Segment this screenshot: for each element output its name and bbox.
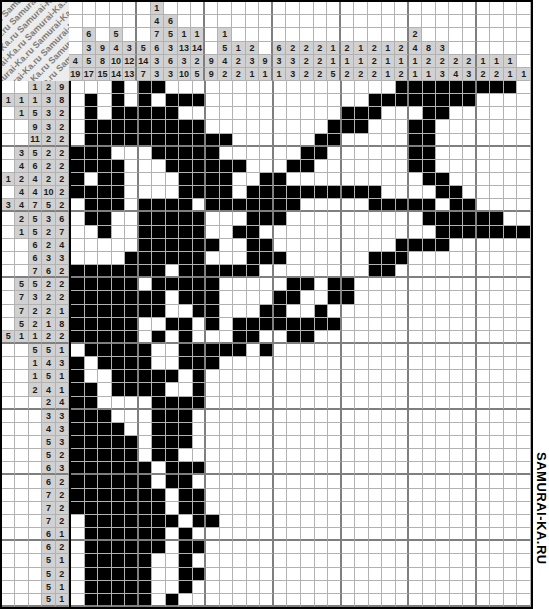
grid-cell[interactable]: [220, 265, 234, 278]
grid-cell[interactable]: [517, 515, 531, 528]
grid-cell[interactable]: [274, 344, 288, 357]
grid-cell[interactable]: [315, 370, 329, 383]
grid-cell[interactable]: [125, 120, 139, 133]
grid-cell[interactable]: [409, 81, 423, 94]
grid-cell[interactable]: [517, 502, 531, 515]
grid-cell[interactable]: [355, 423, 369, 436]
grid-cell[interactable]: [233, 449, 247, 462]
grid-cell[interactable]: [98, 239, 112, 252]
grid-cell[interactable]: [206, 357, 220, 370]
grid-cell[interactable]: [274, 436, 288, 449]
grid-cell[interactable]: [125, 160, 139, 173]
grid-cell[interactable]: [112, 344, 126, 357]
grid-cell[interactable]: [477, 449, 491, 462]
grid-cell[interactable]: [490, 528, 504, 541]
grid-cell[interactable]: [166, 186, 180, 199]
grid-cell[interactable]: [166, 199, 180, 212]
grid-cell[interactable]: [139, 541, 153, 554]
grid-cell[interactable]: [233, 305, 247, 318]
grid-cell[interactable]: [342, 199, 356, 212]
grid-cell[interactable]: [369, 291, 383, 304]
grid-cell[interactable]: [206, 554, 220, 567]
grid-cell[interactable]: [233, 173, 247, 186]
grid-cell[interactable]: [490, 410, 504, 423]
grid-cell[interactable]: [260, 239, 274, 252]
grid-cell[interactable]: [355, 199, 369, 212]
grid-cell[interactable]: [301, 370, 315, 383]
grid-cell[interactable]: [517, 291, 531, 304]
grid-cell[interactable]: [477, 528, 491, 541]
grid-cell[interactable]: [517, 278, 531, 291]
grid-cell[interactable]: [477, 160, 491, 173]
grid-cell[interactable]: [504, 186, 518, 199]
grid-cell[interactable]: [179, 383, 193, 396]
grid-cell[interactable]: [477, 344, 491, 357]
grid-cell[interactable]: [423, 489, 437, 502]
grid-cell[interactable]: [477, 239, 491, 252]
grid-cell[interactable]: [355, 568, 369, 581]
grid-cell[interactable]: [504, 397, 518, 410]
grid-cell[interactable]: [342, 528, 356, 541]
grid-cell[interactable]: [450, 410, 464, 423]
grid-cell[interactable]: [423, 383, 437, 396]
grid-cell[interactable]: [396, 581, 410, 594]
grid-cell[interactable]: [274, 568, 288, 581]
grid-cell[interactable]: [260, 397, 274, 410]
grid-cell[interactable]: [517, 410, 531, 423]
grid-cell[interactable]: [463, 515, 477, 528]
grid-cell[interactable]: [463, 278, 477, 291]
grid-cell[interactable]: [490, 199, 504, 212]
grid-cell[interactable]: [125, 423, 139, 436]
grid-cell[interactable]: [382, 436, 396, 449]
grid-cell[interactable]: [71, 581, 85, 594]
grid-cell[interactable]: [463, 436, 477, 449]
grid-cell[interactable]: [247, 81, 261, 94]
grid-cell[interactable]: [98, 515, 112, 528]
grid-cell[interactable]: [315, 528, 329, 541]
grid-cell[interactable]: [328, 291, 342, 304]
grid-cell[interactable]: [220, 212, 234, 225]
grid-cell[interactable]: [477, 291, 491, 304]
grid-cell[interactable]: [369, 528, 383, 541]
grid-cell[interactable]: [355, 94, 369, 107]
grid-cell[interactable]: [166, 568, 180, 581]
grid-cell[interactable]: [98, 383, 112, 396]
grid-cell[interactable]: [260, 81, 274, 94]
grid-cell[interactable]: [206, 186, 220, 199]
grid-cell[interactable]: [152, 462, 166, 475]
grid-cell[interactable]: [369, 489, 383, 502]
grid-cell[interactable]: [463, 502, 477, 515]
grid-cell[interactable]: [85, 541, 99, 554]
grid-cell[interactable]: [396, 173, 410, 186]
grid-cell[interactable]: [409, 344, 423, 357]
grid-cell[interactable]: [139, 423, 153, 436]
grid-cell[interactable]: [301, 568, 315, 581]
grid-cell[interactable]: [274, 594, 288, 607]
grid-cell[interactable]: [396, 449, 410, 462]
grid-cell[interactable]: [166, 226, 180, 239]
grid-cell[interactable]: [233, 252, 247, 265]
grid-cell[interactable]: [450, 173, 464, 186]
grid-cell[interactable]: [287, 291, 301, 304]
grid-cell[interactable]: [287, 410, 301, 423]
grid-cell[interactable]: [396, 199, 410, 212]
grid-cell[interactable]: [477, 383, 491, 396]
grid-cell[interactable]: [396, 239, 410, 252]
grid-cell[interactable]: [342, 357, 356, 370]
grid-cell[interactable]: [193, 475, 207, 488]
grid-cell[interactable]: [328, 81, 342, 94]
grid-cell[interactable]: [490, 278, 504, 291]
grid-cell[interactable]: [355, 397, 369, 410]
grid-cell[interactable]: [328, 449, 342, 462]
grid-cell[interactable]: [328, 489, 342, 502]
grid-cell[interactable]: [423, 554, 437, 567]
grid-cell[interactable]: [369, 502, 383, 515]
grid-cell[interactable]: [490, 291, 504, 304]
grid-cell[interactable]: [369, 226, 383, 239]
grid-cell[interactable]: [315, 462, 329, 475]
grid-cell[interactable]: [274, 160, 288, 173]
grid-cell[interactable]: [287, 252, 301, 265]
grid-cell[interactable]: [220, 370, 234, 383]
grid-cell[interactable]: [396, 475, 410, 488]
grid-cell[interactable]: [409, 581, 423, 594]
grid-cell[interactable]: [504, 278, 518, 291]
grid-cell[interactable]: [287, 541, 301, 554]
grid-cell[interactable]: [85, 344, 99, 357]
grid-cell[interactable]: [436, 199, 450, 212]
grid-cell[interactable]: [490, 568, 504, 581]
grid-cell[interactable]: [396, 436, 410, 449]
grid-cell[interactable]: [409, 502, 423, 515]
grid-cell[interactable]: [179, 305, 193, 318]
grid-cell[interactable]: [85, 397, 99, 410]
grid-cell[interactable]: [315, 278, 329, 291]
grid-cell[interactable]: [139, 226, 153, 239]
grid-cell[interactable]: [71, 541, 85, 554]
grid-cell[interactable]: [193, 397, 207, 410]
grid-cell[interactable]: [301, 383, 315, 396]
grid-cell[interactable]: [369, 436, 383, 449]
grid-cell[interactable]: [260, 160, 274, 173]
grid-cell[interactable]: [85, 436, 99, 449]
grid-cell[interactable]: [260, 199, 274, 212]
grid-cell[interactable]: [287, 134, 301, 147]
grid-cell[interactable]: [220, 134, 234, 147]
grid-cell[interactable]: [436, 134, 450, 147]
grid-cell[interactable]: [436, 107, 450, 120]
grid-cell[interactable]: [450, 554, 464, 567]
grid-cell[interactable]: [301, 449, 315, 462]
grid-cell[interactable]: [233, 410, 247, 423]
grid-cell[interactable]: [98, 173, 112, 186]
grid-cell[interactable]: [179, 199, 193, 212]
grid-cell[interactable]: [355, 81, 369, 94]
grid-cell[interactable]: [85, 212, 99, 225]
grid-cell[interactable]: [112, 541, 126, 554]
grid-cell[interactable]: [355, 436, 369, 449]
grid-cell[interactable]: [301, 475, 315, 488]
grid-cell[interactable]: [139, 107, 153, 120]
grid-cell[interactable]: [463, 212, 477, 225]
grid-cell[interactable]: [504, 436, 518, 449]
grid-cell[interactable]: [301, 528, 315, 541]
grid-cell[interactable]: [409, 357, 423, 370]
grid-cell[interactable]: [274, 239, 288, 252]
grid-cell[interactable]: [166, 239, 180, 252]
grid-cell[interactable]: [355, 134, 369, 147]
grid-cell[interactable]: [220, 594, 234, 607]
grid-cell[interactable]: [125, 515, 139, 528]
grid-cell[interactable]: [247, 357, 261, 370]
grid-cell[interactable]: [409, 173, 423, 186]
grid-cell[interactable]: [112, 305, 126, 318]
grid-cell[interactable]: [85, 278, 99, 291]
grid-cell[interactable]: [247, 173, 261, 186]
grid-cell[interactable]: [342, 160, 356, 173]
grid-cell[interactable]: [369, 554, 383, 567]
grid-cell[interactable]: [477, 107, 491, 120]
grid-cell[interactable]: [315, 410, 329, 423]
grid-cell[interactable]: [328, 502, 342, 515]
grid-cell[interactable]: [220, 383, 234, 396]
grid-cell[interactable]: [206, 173, 220, 186]
grid-cell[interactable]: [166, 318, 180, 331]
grid-cell[interactable]: [112, 462, 126, 475]
grid-cell[interactable]: [247, 515, 261, 528]
grid-cell[interactable]: [517, 173, 531, 186]
grid-cell[interactable]: [152, 94, 166, 107]
grid-cell[interactable]: [517, 423, 531, 436]
grid-cell[interactable]: [396, 554, 410, 567]
grid-cell[interactable]: [139, 594, 153, 607]
grid-cell[interactable]: [409, 120, 423, 133]
grid-cell[interactable]: [355, 489, 369, 502]
grid-cell[interactable]: [85, 449, 99, 462]
grid-cell[interactable]: [436, 410, 450, 423]
grid-cell[interactable]: [328, 344, 342, 357]
grid-cell[interactable]: [490, 226, 504, 239]
grid-cell[interactable]: [71, 594, 85, 607]
grid-cell[interactable]: [152, 410, 166, 423]
grid-cell[interactable]: [477, 515, 491, 528]
grid-cell[interactable]: [166, 383, 180, 396]
grid-cell[interactable]: [477, 423, 491, 436]
grid-cell[interactable]: [274, 423, 288, 436]
grid-cell[interactable]: [98, 278, 112, 291]
grid-cell[interactable]: [369, 212, 383, 225]
grid-cell[interactable]: [166, 81, 180, 94]
grid-cell[interactable]: [315, 383, 329, 396]
grid-cell[interactable]: [355, 357, 369, 370]
grid-cell[interactable]: [477, 212, 491, 225]
grid-cell[interactable]: [112, 410, 126, 423]
grid-cell[interactable]: [355, 475, 369, 488]
grid-cell[interactable]: [71, 357, 85, 370]
grid-cell[interactable]: [179, 226, 193, 239]
grid-cell[interactable]: [274, 120, 288, 133]
grid-cell[interactable]: [328, 252, 342, 265]
grid-cell[interactable]: [342, 397, 356, 410]
grid-cell[interactable]: [315, 554, 329, 567]
grid-cell[interactable]: [220, 449, 234, 462]
grid-cell[interactable]: [463, 541, 477, 554]
grid-cell[interactable]: [342, 107, 356, 120]
grid-cell[interactable]: [423, 475, 437, 488]
grid-cell[interactable]: [382, 331, 396, 344]
grid-cell[interactable]: [504, 344, 518, 357]
grid-cell[interactable]: [85, 475, 99, 488]
grid-cell[interactable]: [98, 475, 112, 488]
grid-cell[interactable]: [274, 370, 288, 383]
grid-cell[interactable]: [409, 107, 423, 120]
grid-cell[interactable]: [233, 357, 247, 370]
grid-cell[interactable]: [409, 475, 423, 488]
grid-cell[interactable]: [450, 357, 464, 370]
grid-cell[interactable]: [517, 331, 531, 344]
grid-cell[interactable]: [450, 252, 464, 265]
grid-cell[interactable]: [206, 383, 220, 396]
grid-cell[interactable]: [396, 291, 410, 304]
grid-cell[interactable]: [450, 94, 464, 107]
grid-cell[interactable]: [112, 212, 126, 225]
grid-cell[interactable]: [517, 160, 531, 173]
grid-cell[interactable]: [315, 489, 329, 502]
grid-cell[interactable]: [85, 423, 99, 436]
grid-cell[interactable]: [463, 252, 477, 265]
grid-cell[interactable]: [490, 594, 504, 607]
grid-cell[interactable]: [220, 462, 234, 475]
grid-cell[interactable]: [409, 278, 423, 291]
grid-cell[interactable]: [206, 252, 220, 265]
grid-cell[interactable]: [504, 581, 518, 594]
grid-cell[interactable]: [450, 147, 464, 160]
grid-cell[interactable]: [409, 134, 423, 147]
grid-cell[interactable]: [517, 305, 531, 318]
grid-cell[interactable]: [342, 502, 356, 515]
grid-cell[interactable]: [477, 81, 491, 94]
grid-cell[interactable]: [71, 120, 85, 133]
grid-cell[interactable]: [504, 554, 518, 567]
grid-cell[interactable]: [450, 331, 464, 344]
grid-cell[interactable]: [423, 199, 437, 212]
grid-cell[interactable]: [179, 568, 193, 581]
grid-cell[interactable]: [152, 423, 166, 436]
grid-cell[interactable]: [463, 291, 477, 304]
grid-cell[interactable]: [382, 528, 396, 541]
grid-cell[interactable]: [315, 186, 329, 199]
grid-cell[interactable]: [179, 94, 193, 107]
grid-cell[interactable]: [490, 212, 504, 225]
grid-cell[interactable]: [328, 397, 342, 410]
grid-cell[interactable]: [315, 81, 329, 94]
grid-cell[interactable]: [166, 331, 180, 344]
grid-cell[interactable]: [409, 252, 423, 265]
grid-cell[interactable]: [85, 581, 99, 594]
grid-cell[interactable]: [504, 383, 518, 396]
grid-cell[interactable]: [85, 305, 99, 318]
grid-cell[interactable]: [287, 226, 301, 239]
grid-cell[interactable]: [450, 120, 464, 133]
grid-cell[interactable]: [152, 397, 166, 410]
grid-cell[interactable]: [125, 344, 139, 357]
grid-cell[interactable]: [382, 173, 396, 186]
grid-cell[interactable]: [369, 515, 383, 528]
grid-cell[interactable]: [247, 94, 261, 107]
grid-cell[interactable]: [355, 212, 369, 225]
grid-cell[interactable]: [125, 252, 139, 265]
grid-cell[interactable]: [369, 541, 383, 554]
grid-cell[interactable]: [436, 581, 450, 594]
grid-cell[interactable]: [287, 397, 301, 410]
grid-cell[interactable]: [220, 541, 234, 554]
grid-cell[interactable]: [247, 489, 261, 502]
grid-cell[interactable]: [139, 160, 153, 173]
grid-cell[interactable]: [355, 291, 369, 304]
grid-cell[interactable]: [315, 331, 329, 344]
grid-cell[interactable]: [315, 160, 329, 173]
grid-cell[interactable]: [517, 436, 531, 449]
grid-cell[interactable]: [98, 370, 112, 383]
grid-cell[interactable]: [409, 383, 423, 396]
grid-cell[interactable]: [274, 410, 288, 423]
grid-cell[interactable]: [463, 370, 477, 383]
grid-cell[interactable]: [166, 475, 180, 488]
grid-cell[interactable]: [369, 410, 383, 423]
grid-cell[interactable]: [247, 383, 261, 396]
grid-cell[interactable]: [233, 436, 247, 449]
grid-cell[interactable]: [463, 344, 477, 357]
grid-cell[interactable]: [504, 541, 518, 554]
grid-cell[interactable]: [342, 252, 356, 265]
grid-cell[interactable]: [301, 305, 315, 318]
grid-cell[interactable]: [274, 502, 288, 515]
grid-cell[interactable]: [85, 107, 99, 120]
grid-cell[interactable]: [139, 370, 153, 383]
grid-cell[interactable]: [382, 502, 396, 515]
grid-cell[interactable]: [517, 199, 531, 212]
grid-cell[interactable]: [274, 173, 288, 186]
grid-cell[interactable]: [382, 449, 396, 462]
grid-cell[interactable]: [206, 397, 220, 410]
grid-cell[interactable]: [301, 357, 315, 370]
grid-cell[interactable]: [179, 81, 193, 94]
grid-cell[interactable]: [423, 568, 437, 581]
grid-cell[interactable]: [260, 515, 274, 528]
grid-cell[interactable]: [179, 594, 193, 607]
grid-cell[interactable]: [423, 147, 437, 160]
grid-cell[interactable]: [220, 581, 234, 594]
grid-cell[interactable]: [328, 568, 342, 581]
grid-cell[interactable]: [423, 318, 437, 331]
grid-cell[interactable]: [179, 449, 193, 462]
grid-cell[interactable]: [71, 568, 85, 581]
grid-cell[interactable]: [166, 528, 180, 541]
grid-cell[interactable]: [274, 107, 288, 120]
grid-cell[interactable]: [233, 147, 247, 160]
grid-cell[interactable]: [315, 594, 329, 607]
grid-cell[interactable]: [71, 528, 85, 541]
grid-cell[interactable]: [220, 318, 234, 331]
grid-cell[interactable]: [152, 568, 166, 581]
grid-cell[interactable]: [260, 436, 274, 449]
grid-cell[interactable]: [152, 291, 166, 304]
grid-cell[interactable]: [504, 212, 518, 225]
grid-cell[interactable]: [206, 489, 220, 502]
